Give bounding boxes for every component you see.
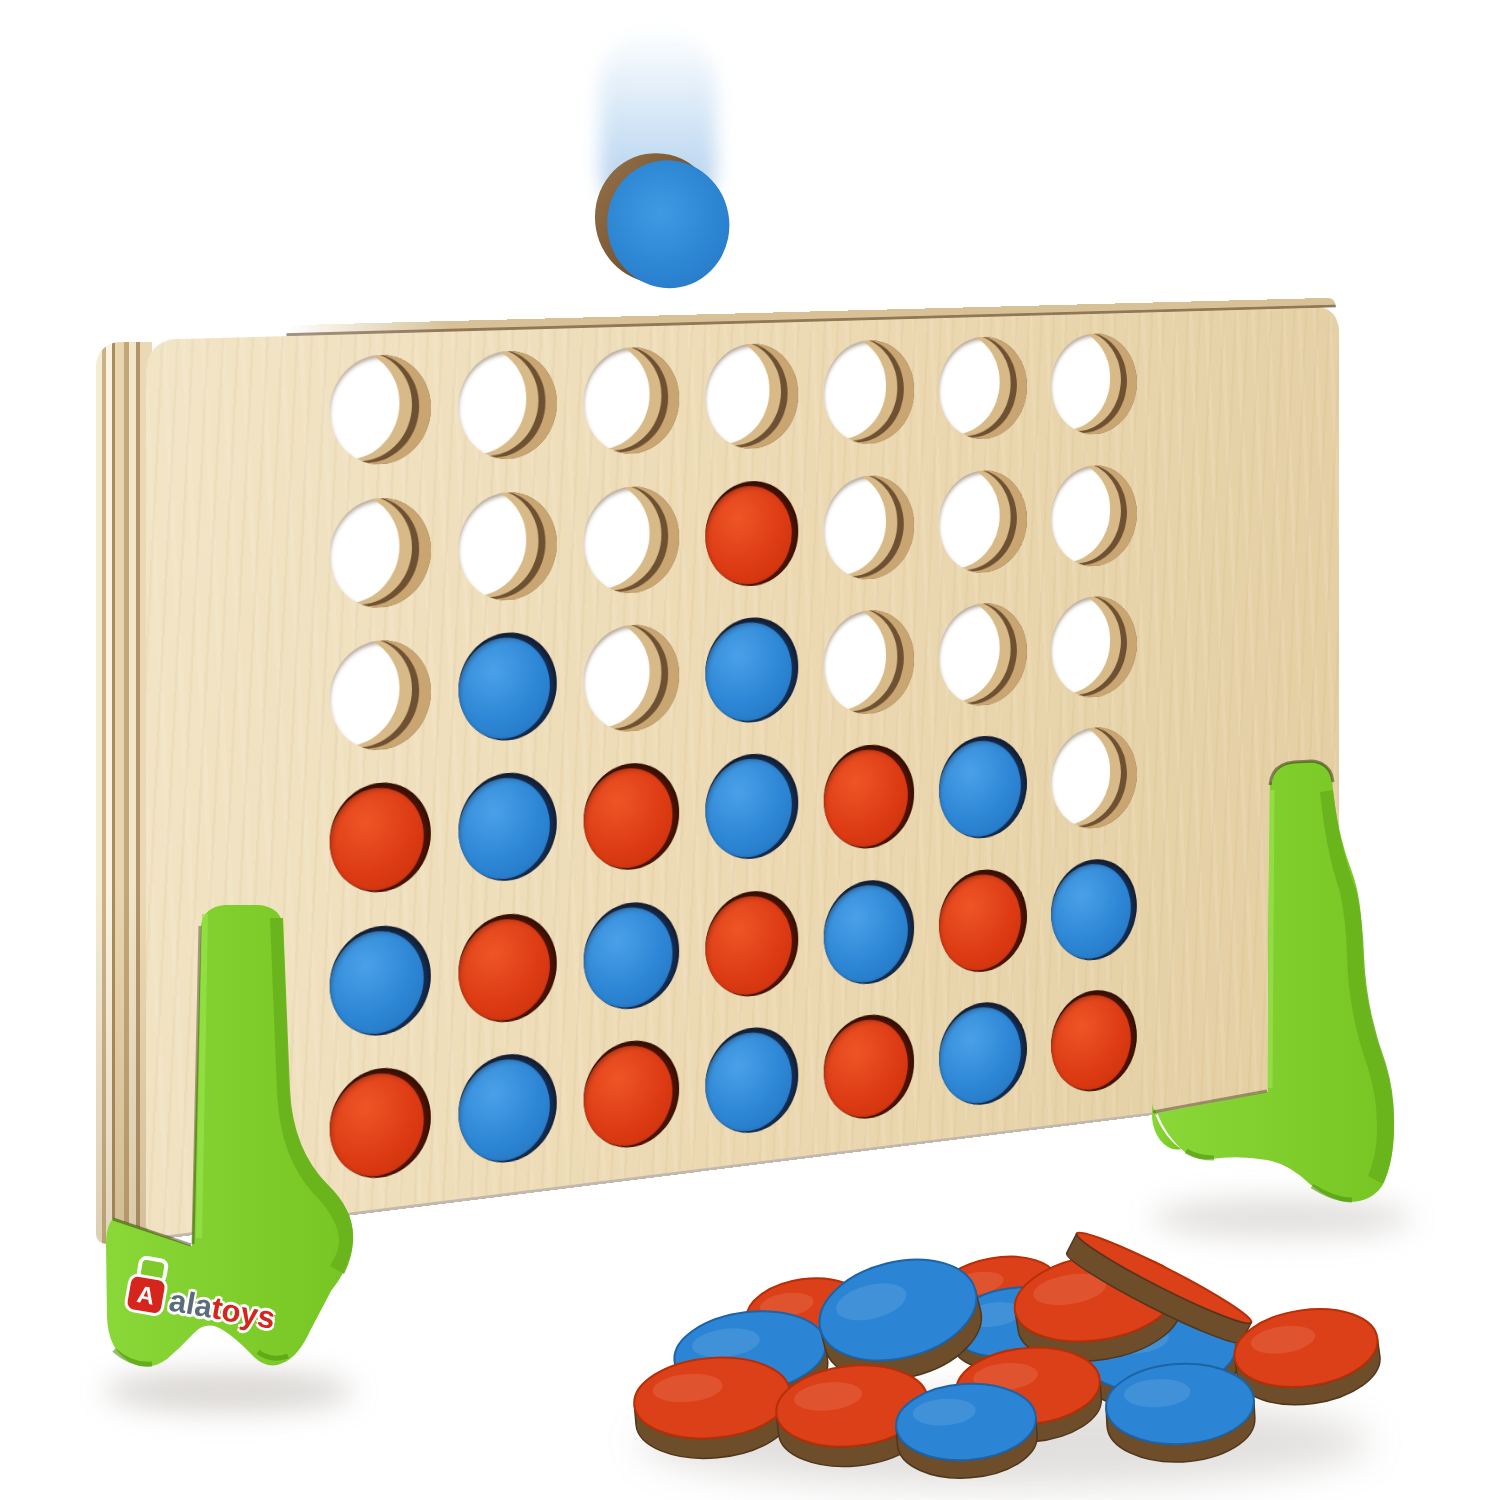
board-cell-col1-row6[interactable] <box>315 1045 444 1203</box>
blue-disc-in-hole <box>938 998 1026 1110</box>
board-cell-col4-row3[interactable] <box>692 598 811 743</box>
empty-hole <box>583 622 679 735</box>
board-cell-col3-row3[interactable] <box>570 605 692 752</box>
empty-hole <box>705 343 798 451</box>
blue-disc-in-hole <box>1051 855 1137 964</box>
board-cell-col7-row5[interactable] <box>1039 839 1149 981</box>
blue-disc-in-hole <box>458 770 556 886</box>
pile-shadow <box>640 1396 1370 1488</box>
board-cell-col4-row5[interactable] <box>692 870 811 1019</box>
board-cell-col4-row2[interactable] <box>692 462 811 605</box>
board-cell-col5-row5[interactable] <box>811 859 927 1005</box>
left-stand-shadow <box>104 1370 354 1412</box>
empty-hole <box>458 350 556 461</box>
empty-hole <box>1051 725 1137 833</box>
falling-blue-disc <box>585 141 744 304</box>
board-cell-col4-row6[interactable] <box>692 1006 811 1156</box>
empty-hole <box>583 484 679 595</box>
empty-hole <box>823 608 913 717</box>
board-cell-col1-row2[interactable] <box>315 478 444 627</box>
board-cell-col6-row2[interactable] <box>926 452 1038 591</box>
board-cell-col5-row2[interactable] <box>811 457 927 598</box>
board-cell-col2-row6[interactable] <box>444 1031 570 1186</box>
board-cell-col4-row1[interactable] <box>692 326 811 467</box>
board-cell-col4-row4[interactable] <box>692 734 811 881</box>
red-disc-in-hole <box>1051 986 1137 1096</box>
board-cell-col2-row3[interactable] <box>444 612 570 761</box>
empty-hole <box>1051 463 1137 568</box>
blue-disc-in-hole <box>458 630 556 744</box>
board-cell-col6-row3[interactable] <box>926 584 1038 725</box>
blue-disc-in-hole <box>938 733 1026 842</box>
blue-disc-in-hole <box>705 1023 798 1138</box>
empty-hole <box>938 601 1026 709</box>
empty-hole <box>458 490 556 603</box>
board-cell-col2-row5[interactable] <box>444 892 570 1045</box>
red-disc-in-hole <box>329 1063 430 1184</box>
board-cell-col3-row5[interactable] <box>570 881 692 1032</box>
board-cell-col1-row1[interactable] <box>315 337 444 484</box>
board-cell-col7-row4[interactable] <box>1039 708 1149 849</box>
blue-disc-in-hole <box>329 921 430 1040</box>
empty-hole <box>329 637 430 753</box>
empty-hole <box>938 336 1026 441</box>
board-cell-col5-row3[interactable] <box>811 591 927 734</box>
board-cell-col1-row4[interactable] <box>315 762 444 915</box>
empty-hole <box>583 346 679 456</box>
blue-disc-in-hole <box>705 615 798 726</box>
blue-disc-in-hole <box>823 876 913 988</box>
right-stand-shadow <box>1152 1198 1412 1238</box>
board-cell-col3-row2[interactable] <box>570 467 692 612</box>
board-cell-col2-row1[interactable] <box>444 333 570 478</box>
board-grid <box>315 317 1148 1203</box>
red-disc-in-hole <box>583 1036 679 1153</box>
empty-hole <box>823 339 913 445</box>
red-disc-in-hole <box>583 760 679 874</box>
logo-text-gray: ala <box>166 1283 215 1325</box>
empty-hole <box>823 473 913 581</box>
red-disc-in-hole <box>458 909 556 1026</box>
board-cell-col6-row4[interactable] <box>926 717 1038 860</box>
product-photo-scene: A alatoys <box>0 0 1500 1500</box>
board-cell-col3-row6[interactable] <box>570 1018 692 1171</box>
empty-hole <box>329 354 430 467</box>
board-cell-col3-row1[interactable] <box>570 330 692 473</box>
board-cell-col7-row3[interactable] <box>1039 578 1149 717</box>
board-cell-col7-row1[interactable] <box>1039 317 1149 452</box>
empty-hole <box>1051 333 1137 437</box>
connect-four-board <box>146 307 1339 1238</box>
board-cell-col3-row4[interactable] <box>570 743 692 892</box>
red-disc-in-hole <box>823 1010 913 1124</box>
blue-disc-in-hole <box>458 1049 556 1168</box>
red-disc-in-hole <box>705 479 798 588</box>
red-disc-in-hole <box>329 779 430 897</box>
board-cell-col7-row6[interactable] <box>1039 969 1149 1113</box>
logo-letter-icon: A <box>126 1276 165 1314</box>
board-cell-col1-row3[interactable] <box>315 620 444 771</box>
red-disc-in-hole <box>705 887 798 1001</box>
board-cell-col6-row1[interactable] <box>926 320 1038 457</box>
board-cell-col7-row2[interactable] <box>1039 447 1149 584</box>
board-cell-col2-row4[interactable] <box>444 752 570 903</box>
blue-disc-in-hole <box>583 898 679 1014</box>
red-disc-in-hole <box>823 742 913 853</box>
blue-disc-in-hole <box>705 751 798 863</box>
board-cell-col5-row6[interactable] <box>811 993 927 1141</box>
board-cell-col2-row2[interactable] <box>444 473 570 620</box>
board-cell-col5-row4[interactable] <box>811 725 927 870</box>
board-cell-col6-row5[interactable] <box>926 849 1038 993</box>
red-disc-in-hole <box>938 866 1026 977</box>
empty-hole <box>329 496 430 610</box>
empty-hole <box>938 468 1026 574</box>
board-cell-col6-row6[interactable] <box>926 981 1038 1127</box>
empty-hole <box>1051 594 1137 700</box>
board-cell-col5-row1[interactable] <box>811 323 927 462</box>
board-cell-col1-row5[interactable] <box>315 903 444 1059</box>
